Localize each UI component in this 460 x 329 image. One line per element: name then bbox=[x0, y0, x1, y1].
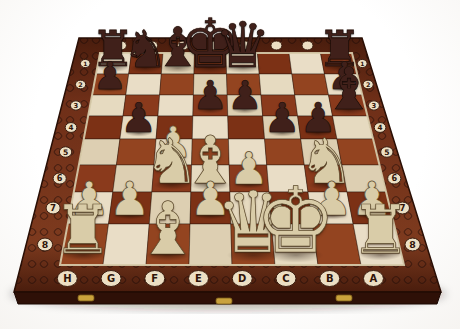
rank-label-left-4: 4 bbox=[69, 123, 74, 132]
file-label-E: E bbox=[195, 273, 202, 284]
black-pawn-e3[interactable]: ♟ bbox=[193, 77, 228, 117]
rank-label-left-8: 8 bbox=[42, 239, 49, 250]
black-pawn-h2[interactable]: ♟ bbox=[93, 57, 127, 95]
black-queen-d1[interactable]: ♛ bbox=[214, 14, 270, 77]
white-bishop-f8[interactable]: ♝ bbox=[135, 192, 201, 265]
black-pawn-d3[interactable]: ♟ bbox=[227, 77, 262, 117]
file-label-C: C bbox=[282, 273, 289, 284]
white-king-c8[interactable]: ♚ bbox=[255, 176, 336, 267]
file-label-A: A bbox=[370, 273, 378, 284]
square-h5[interactable] bbox=[79, 139, 120, 165]
top-badge-5-badge bbox=[271, 41, 282, 50]
white-rook-h8[interactable]: ♜ bbox=[53, 197, 113, 264]
hinge-icon bbox=[216, 298, 232, 304]
rank-label-left-2: 2 bbox=[78, 81, 82, 88]
rank-label-left-3: 3 bbox=[74, 102, 79, 110]
white-rook-a8[interactable]: ♜ bbox=[350, 197, 410, 264]
square-f3[interactable] bbox=[158, 95, 193, 116]
rank-label-left-5: 5 bbox=[63, 148, 68, 157]
rank-label-right-5: 5 bbox=[384, 148, 389, 157]
file-label-B: B bbox=[326, 273, 334, 284]
file-label-G: G bbox=[107, 273, 115, 284]
black-pawn-c4[interactable]: ♟ bbox=[264, 98, 301, 139]
rank-label-left-1: 1 bbox=[83, 60, 87, 67]
file-label-F: F bbox=[151, 273, 158, 284]
file-label-H: H bbox=[63, 273, 71, 284]
top-badge-6-badge bbox=[302, 41, 313, 50]
file-label-D: D bbox=[238, 273, 246, 284]
rank-label-left-6: 6 bbox=[57, 173, 63, 183]
square-h4[interactable] bbox=[84, 116, 123, 139]
hinge-icon bbox=[78, 295, 94, 301]
rank-label-right-4: 4 bbox=[378, 123, 383, 132]
chess-set-photo: HGFEDCBA1122334455667788 ♜♞♝♚♛♜♟♟♝♟♟♟♟♟♟… bbox=[0, 0, 460, 329]
hinge-icon bbox=[336, 295, 352, 301]
